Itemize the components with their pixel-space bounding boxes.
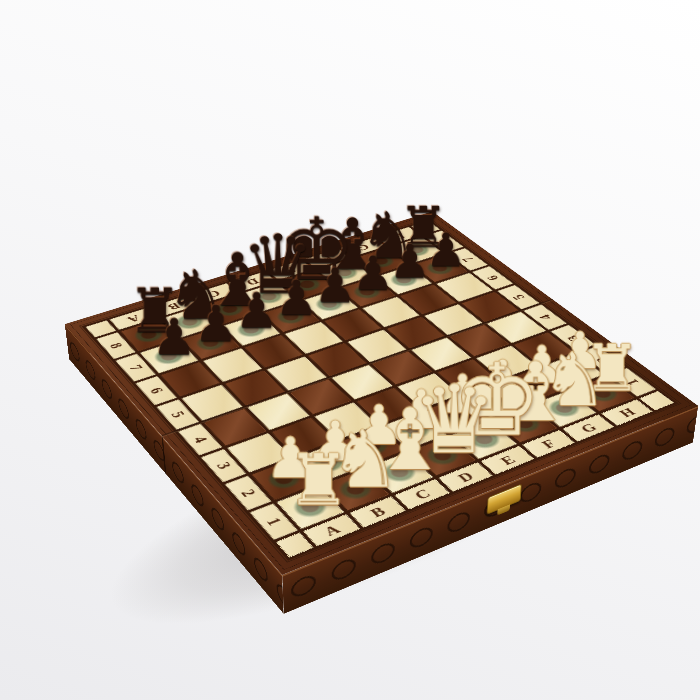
black-pawn-e7[interactable]: ♟ xyxy=(314,262,357,309)
rank-label-text: 4 xyxy=(190,434,210,444)
black-pawn-b7[interactable]: ♟ xyxy=(194,299,238,348)
white-rook-a1[interactable]: ♜ xyxy=(287,445,350,516)
file-label-text: D xyxy=(455,470,477,484)
file-label-text: C xyxy=(411,487,433,502)
rank-label-text: 5 xyxy=(509,293,527,301)
file-label-text: B xyxy=(367,504,388,519)
rank-label-text: 5 xyxy=(168,409,188,419)
black-pawn-c7[interactable]: ♟ xyxy=(235,286,279,335)
rank-label-text: 6 xyxy=(484,274,501,282)
file-label-text: G xyxy=(577,421,599,434)
black-pawn-a7[interactable]: ♟ xyxy=(152,312,197,362)
square-f5[interactable] xyxy=(386,317,445,349)
product-photo-scene: ABCDEFGH8♜♞♝♛♚♝♞♜87♟♟♟♟♟♟♟♟7665544332♟♟♟… xyxy=(0,0,700,700)
file-label-text: A xyxy=(321,522,343,538)
fold-seam-side xyxy=(161,436,166,475)
black-pawn-h7[interactable]: ♟ xyxy=(425,227,466,273)
rank-label-text: 2 xyxy=(237,487,258,498)
rank-label-text: 4 xyxy=(536,313,554,321)
rank-label-text: 3 xyxy=(213,460,234,471)
black-pawn-d7[interactable]: ♟ xyxy=(275,274,318,322)
rank-label-text: 8 xyxy=(106,341,125,350)
rank-label-text: 7 xyxy=(126,363,145,372)
file-label-text: H xyxy=(616,406,638,419)
black-pawn-g7[interactable]: ♟ xyxy=(389,238,431,284)
file-label-text: E xyxy=(497,453,518,467)
rank-label-text: 6 xyxy=(146,386,166,396)
rank-label-text: 1 xyxy=(263,515,285,527)
black-pawn-f7[interactable]: ♟ xyxy=(352,250,394,297)
